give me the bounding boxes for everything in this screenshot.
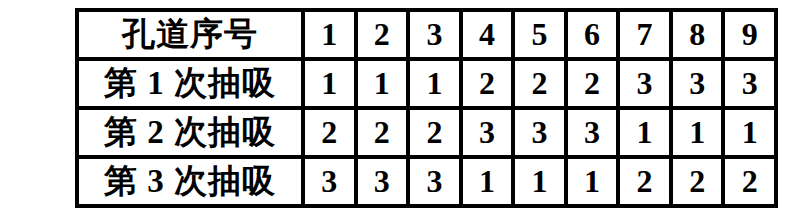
table-cell: 3 (515, 110, 564, 155)
column-header-cell: 2 (358, 12, 407, 57)
table-cell: 2 (568, 61, 617, 106)
table-cell: 1 (568, 159, 617, 204)
table-cell: 3 (568, 110, 617, 155)
table-cell: 1 (620, 110, 669, 155)
table-cell: 1 (673, 110, 722, 155)
table-cell: 2 (463, 61, 512, 106)
table-cell: 3 (358, 159, 407, 204)
column-header-cell: 1 (305, 12, 354, 57)
table-cell: 2 (305, 110, 354, 155)
column-header-cell: 4 (463, 12, 512, 57)
suction-schedule-table: 孔道序号 1 2 3 4 5 6 7 8 9 第 1 次抽吸 1 1 1 2 2… (75, 8, 778, 208)
table-cell: 3 (725, 61, 774, 106)
table-cell: 3 (410, 159, 459, 204)
table-cell: 1 (358, 61, 407, 106)
table-cell: 3 (673, 61, 722, 106)
table-cell: 1 (725, 110, 774, 155)
row-label: 第 2 次抽吸 (79, 110, 301, 155)
column-header-cell: 9 (725, 12, 774, 57)
column-header-cell: 5 (515, 12, 564, 57)
header-row-label: 孔道序号 (79, 12, 301, 57)
page: 孔道序号 1 2 3 4 5 6 7 8 9 第 1 次抽吸 1 1 1 2 2… (0, 0, 800, 215)
table-cell: 1 (515, 159, 564, 204)
table-cell: 2 (515, 61, 564, 106)
column-header-cell: 3 (410, 12, 459, 57)
table-cell: 3 (305, 159, 354, 204)
table-cell: 1 (305, 61, 354, 106)
table-cell: 1 (410, 61, 459, 106)
table-cell: 2 (410, 110, 459, 155)
column-header-cell: 8 (673, 12, 722, 57)
row-label: 第 3 次抽吸 (79, 159, 301, 204)
row-label: 第 1 次抽吸 (79, 61, 301, 106)
column-header-cell: 6 (568, 12, 617, 57)
table-cell: 3 (463, 110, 512, 155)
table-cell: 1 (463, 159, 512, 204)
table-cell: 2 (673, 159, 722, 204)
table-cell: 3 (620, 61, 669, 106)
column-header-cell: 7 (620, 12, 669, 57)
table-cell: 2 (358, 110, 407, 155)
table-cell: 2 (620, 159, 669, 204)
table-cell: 2 (725, 159, 774, 204)
